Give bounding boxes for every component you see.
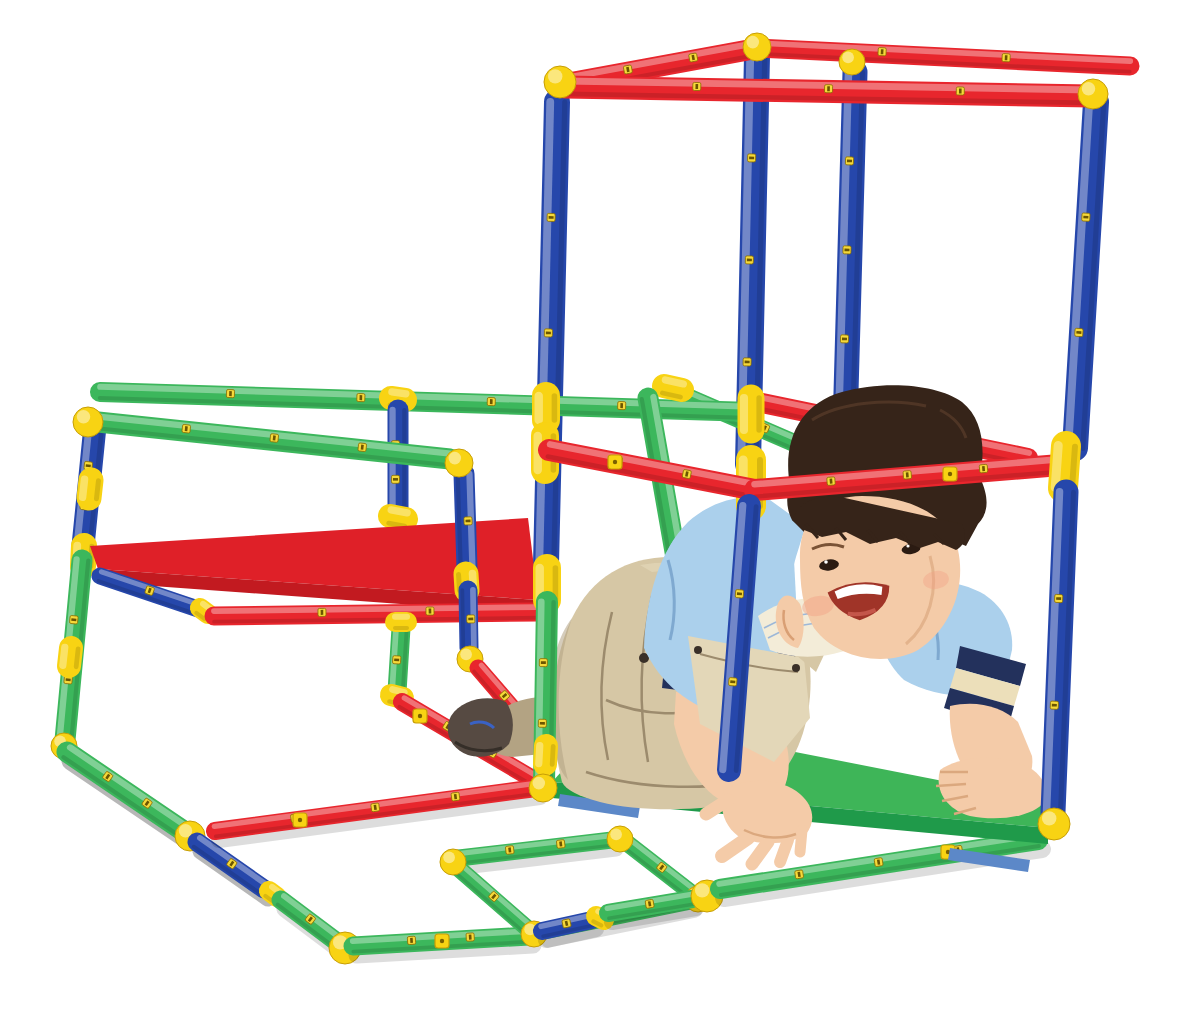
assembly-hole bbox=[979, 464, 988, 473]
assembly-hole bbox=[689, 53, 698, 62]
tower-back-right-post bbox=[839, 72, 863, 428]
assembly-hole bbox=[824, 85, 832, 93]
assembly-hole bbox=[391, 475, 399, 483]
assembly-hole bbox=[845, 157, 853, 165]
assembly-hole bbox=[562, 919, 572, 929]
climbing-frame-photo bbox=[0, 0, 1181, 1016]
corner-connector bbox=[1038, 808, 1070, 840]
tee-connector bbox=[389, 510, 407, 526]
floor-square-rail bbox=[458, 836, 616, 867]
assembly-hole bbox=[693, 82, 701, 90]
clip-connector bbox=[943, 467, 957, 481]
cube-front-right-post-a bbox=[458, 474, 473, 568]
low-red-bar-b bbox=[214, 783, 540, 840]
clip-connector bbox=[413, 709, 427, 723]
tower-front-right-post-upper bbox=[1068, 102, 1104, 449]
assembly-hole bbox=[878, 48, 886, 56]
floor-rail-left bbox=[63, 747, 189, 841]
assembly-hole bbox=[270, 434, 279, 443]
photo-stage bbox=[0, 0, 1181, 1016]
assembly-hole bbox=[623, 65, 632, 74]
assembly-hole bbox=[318, 608, 326, 616]
assembly-hole bbox=[956, 87, 964, 95]
assembly-hole bbox=[827, 477, 836, 486]
assembly-hole bbox=[743, 358, 751, 366]
cube-front-right-post-b bbox=[462, 590, 475, 648]
assembly-hole bbox=[618, 401, 626, 409]
assembly-hole bbox=[182, 424, 191, 433]
corner-connector bbox=[839, 49, 865, 75]
top-back-rail bbox=[758, 43, 1131, 72]
tower-front-left-post-upper bbox=[539, 102, 565, 564]
assembly-hole bbox=[69, 615, 78, 624]
floor-square-rail bbox=[454, 864, 531, 933]
assembly-hole bbox=[1050, 701, 1058, 709]
floor-rail-mid2 bbox=[607, 894, 696, 922]
assembly-hole bbox=[840, 335, 848, 343]
tee-connector bbox=[539, 396, 555, 420]
assembly-hole bbox=[645, 899, 654, 908]
band-connector bbox=[395, 617, 407, 628]
tee-connector bbox=[744, 398, 759, 430]
top-front-rail bbox=[565, 81, 1092, 103]
clip-connector bbox=[608, 455, 622, 469]
seat-leg-post bbox=[392, 628, 407, 693]
assembly-hole bbox=[795, 870, 804, 879]
assembly-hole bbox=[556, 840, 565, 849]
assembly-hole bbox=[407, 936, 415, 944]
corner-connector bbox=[743, 33, 771, 61]
assembly-hole bbox=[745, 256, 753, 264]
assembly-hole bbox=[1082, 213, 1090, 221]
assembly-hole bbox=[748, 154, 756, 162]
assembly-hole bbox=[735, 589, 744, 598]
corner-connector bbox=[607, 826, 633, 852]
assembly-hole bbox=[358, 443, 367, 452]
assembly-hole bbox=[547, 213, 555, 221]
floor-rail-left2 bbox=[194, 838, 268, 898]
assembly-hole bbox=[357, 393, 365, 401]
assembly-hole bbox=[1055, 594, 1063, 602]
assembly-hole bbox=[466, 933, 474, 941]
assembly-hole bbox=[544, 329, 552, 337]
assembly-hole bbox=[487, 397, 495, 405]
seat-front-tube bbox=[214, 607, 538, 622]
band-connector bbox=[539, 746, 553, 765]
corner-connector bbox=[529, 774, 557, 802]
tee-connector bbox=[662, 380, 683, 397]
assembly-hole bbox=[874, 858, 883, 867]
assembly-hole bbox=[682, 469, 691, 478]
corner-connector bbox=[544, 66, 576, 98]
assembly-hole bbox=[226, 389, 234, 397]
assembly-hole bbox=[392, 656, 400, 664]
assembly-hole bbox=[464, 517, 472, 525]
tee-connector bbox=[63, 647, 78, 666]
corner-connector bbox=[73, 407, 103, 437]
corner-connector bbox=[445, 449, 473, 477]
tower-front-right-post-lower bbox=[1047, 492, 1074, 813]
corner-connector bbox=[440, 849, 466, 875]
assembly-hole bbox=[729, 677, 738, 686]
assembly-hole bbox=[426, 607, 434, 615]
clip-connector bbox=[435, 934, 449, 948]
assembly-hole bbox=[843, 246, 851, 254]
assembly-hole bbox=[539, 659, 547, 667]
assembly-hole bbox=[467, 615, 475, 623]
assembly-hole bbox=[451, 792, 460, 801]
assembly-hole bbox=[538, 719, 546, 727]
corner-connector bbox=[1078, 79, 1108, 109]
assembly-hole bbox=[371, 803, 380, 812]
assembly-hole bbox=[1002, 54, 1010, 62]
assembly-hole bbox=[903, 471, 912, 480]
floor-square-rail bbox=[624, 840, 697, 900]
assembly-hole bbox=[505, 846, 514, 855]
assembly-hole bbox=[1075, 328, 1083, 336]
clip-connector bbox=[293, 813, 307, 827]
band-connector bbox=[83, 479, 99, 499]
